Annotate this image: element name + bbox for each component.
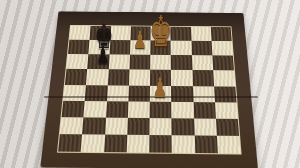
photo-scene: ♚♟♟♚♟ [0, 0, 300, 168]
pieces-layer: ♚♟♟♚♟ [0, 0, 300, 168]
piece-white-pawn-d7: ♟ [133, 28, 146, 52]
piece-white-king-e7: ♚ [149, 11, 172, 53]
piece-white-pawn-e4: ♟ [152, 74, 167, 101]
piece-black-pawn-b6: ♟ [96, 43, 109, 67]
